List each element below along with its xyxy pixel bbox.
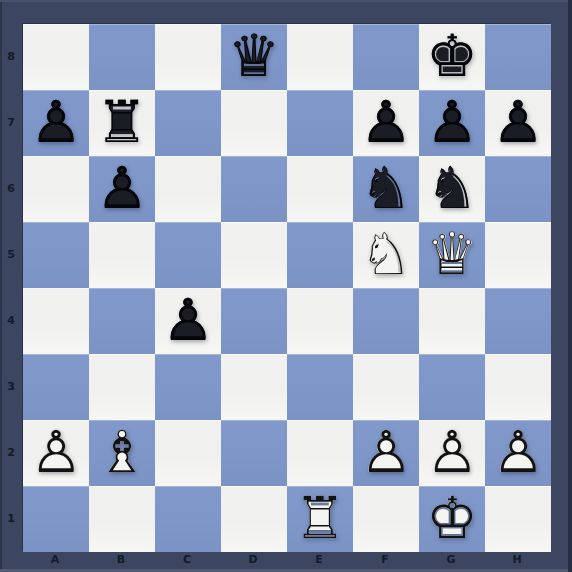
square-c1[interactable] — [155, 486, 221, 552]
square-c2[interactable] — [155, 420, 221, 486]
square-f5[interactable]: ♞♘ — [353, 222, 419, 288]
pawn-glyph-outline: ♙ — [23, 90, 89, 156]
queen-glyph-fill: ♛ — [221, 24, 287, 90]
file-label-a: A — [22, 549, 88, 569]
rook-glyph-outline: ♖ — [89, 90, 155, 156]
square-f1[interactable] — [353, 486, 419, 552]
file-label-h: H — [484, 549, 550, 569]
square-c5[interactable] — [155, 222, 221, 288]
file-label-e: E — [286, 549, 352, 569]
queen-glyph-outline: ♕ — [419, 222, 485, 288]
pawn-glyph-fill: ♟ — [419, 90, 485, 156]
square-h2[interactable]: ♟♙ — [485, 420, 551, 486]
piece-black-pawn[interactable]: ♟♙ — [419, 90, 485, 156]
file-label-c: C — [154, 549, 220, 569]
square-g1[interactable]: ♚♔ — [419, 486, 485, 552]
square-g2[interactable]: ♟♙ — [419, 420, 485, 486]
square-e5[interactable] — [287, 222, 353, 288]
pawn-glyph-fill: ♟ — [89, 156, 155, 222]
square-a2[interactable]: ♟♙ — [23, 420, 89, 486]
piece-white-knight[interactable]: ♞♘ — [353, 222, 419, 288]
square-b6[interactable]: ♟♙ — [89, 156, 155, 222]
pawn-glyph-outline: ♙ — [89, 156, 155, 222]
square-h4[interactable] — [485, 288, 551, 354]
pawn-glyph-fill: ♟ — [353, 90, 419, 156]
pawn-glyph-fill: ♟ — [23, 90, 89, 156]
square-a6[interactable] — [23, 156, 89, 222]
piece-white-bishop[interactable]: ♝♗ — [89, 420, 155, 486]
square-c3[interactable] — [155, 354, 221, 420]
square-g5[interactable]: ♛♕ — [419, 222, 485, 288]
rook-glyph-outline: ♖ — [287, 486, 353, 552]
queen-glyph-outline: ♕ — [221, 24, 287, 90]
piece-black-pawn[interactable]: ♟♙ — [23, 90, 89, 156]
knight-glyph-fill: ♞ — [353, 222, 419, 288]
square-b8[interactable] — [89, 24, 155, 90]
square-f8[interactable] — [353, 24, 419, 90]
bishop-glyph-fill: ♝ — [89, 420, 155, 486]
square-g7[interactable]: ♟♙ — [419, 90, 485, 156]
knight-glyph-outline: ♘ — [419, 156, 485, 222]
square-b3[interactable] — [89, 354, 155, 420]
knight-glyph-fill: ♞ — [419, 156, 485, 222]
king-glyph-outline: ♔ — [419, 486, 485, 552]
square-a7[interactable]: ♟♙ — [23, 90, 89, 156]
piece-black-knight[interactable]: ♞♘ — [353, 156, 419, 222]
chess-board-frame: 87654321 ABCDEFGH ♛♕♚♔♟♙♜♖♟♙♟♙♟♙♟♙♞♘♞♘♞♘… — [0, 0, 572, 572]
square-d5[interactable] — [221, 222, 287, 288]
square-f4[interactable] — [353, 288, 419, 354]
square-a5[interactable] — [23, 222, 89, 288]
piece-white-pawn[interactable]: ♟♙ — [419, 420, 485, 486]
square-a1[interactable] — [23, 486, 89, 552]
file-labels: ABCDEFGH — [22, 549, 550, 569]
square-e8[interactable] — [287, 24, 353, 90]
square-g6[interactable]: ♞♘ — [419, 156, 485, 222]
rank-label-6: 6 — [0, 155, 22, 221]
square-h5[interactable] — [485, 222, 551, 288]
square-f6[interactable]: ♞♘ — [353, 156, 419, 222]
square-d6[interactable] — [221, 156, 287, 222]
rank-label-8: 8 — [0, 23, 22, 89]
piece-black-knight[interactable]: ♞♘ — [419, 156, 485, 222]
square-f7[interactable]: ♟♙ — [353, 90, 419, 156]
piece-black-queen[interactable]: ♛♕ — [221, 24, 287, 90]
file-label-b: B — [88, 549, 154, 569]
square-d2[interactable] — [221, 420, 287, 486]
pawn-glyph-outline: ♙ — [23, 420, 89, 486]
pawn-glyph-outline: ♙ — [353, 420, 419, 486]
pawn-glyph-outline: ♙ — [419, 420, 485, 486]
knight-glyph-outline: ♘ — [353, 222, 419, 288]
pawn-glyph-fill: ♟ — [485, 420, 551, 486]
rank-label-7: 7 — [0, 89, 22, 155]
chess-board: ♛♕♚♔♟♙♜♖♟♙♟♙♟♙♟♙♞♘♞♘♞♘♛♕♟♙♟♙♝♗♟♙♟♙♟♙♜♖♚♔ — [22, 23, 550, 551]
square-e4[interactable] — [287, 288, 353, 354]
knight-glyph-fill: ♞ — [353, 156, 419, 222]
piece-black-king[interactable]: ♚♔ — [419, 24, 485, 90]
square-h8[interactable] — [485, 24, 551, 90]
pawn-glyph-fill: ♟ — [353, 420, 419, 486]
king-glyph-outline: ♔ — [419, 24, 485, 90]
piece-white-pawn[interactable]: ♟♙ — [485, 420, 551, 486]
square-h7[interactable]: ♟♙ — [485, 90, 551, 156]
square-c6[interactable] — [155, 156, 221, 222]
square-b2[interactable]: ♝♗ — [89, 420, 155, 486]
square-e2[interactable] — [287, 420, 353, 486]
square-c7[interactable] — [155, 90, 221, 156]
square-b7[interactable]: ♜♖ — [89, 90, 155, 156]
file-label-d: D — [220, 549, 286, 569]
square-h6[interactable] — [485, 156, 551, 222]
square-d4[interactable] — [221, 288, 287, 354]
square-f3[interactable] — [353, 354, 419, 420]
square-g4[interactable] — [419, 288, 485, 354]
square-a4[interactable] — [23, 288, 89, 354]
square-b4[interactable] — [89, 288, 155, 354]
square-b1[interactable] — [89, 486, 155, 552]
rank-label-2: 2 — [0, 419, 22, 485]
square-e6[interactable] — [287, 156, 353, 222]
piece-white-queen[interactable]: ♛♕ — [419, 222, 485, 288]
queen-glyph-fill: ♛ — [419, 222, 485, 288]
piece-black-pawn[interactable]: ♟♙ — [155, 288, 221, 354]
piece-black-pawn[interactable]: ♟♙ — [89, 156, 155, 222]
pawn-glyph-fill: ♟ — [485, 90, 551, 156]
piece-white-pawn[interactable]: ♟♙ — [353, 420, 419, 486]
rook-glyph-fill: ♜ — [287, 486, 353, 552]
rank-label-4: 4 — [0, 287, 22, 353]
file-label-g: G — [418, 549, 484, 569]
square-b5[interactable] — [89, 222, 155, 288]
square-c8[interactable] — [155, 24, 221, 90]
pawn-glyph-outline: ♙ — [353, 90, 419, 156]
square-c4[interactable]: ♟♙ — [155, 288, 221, 354]
square-d8[interactable]: ♛♕ — [221, 24, 287, 90]
pawn-glyph-outline: ♙ — [485, 90, 551, 156]
pawn-glyph-fill: ♟ — [419, 420, 485, 486]
rook-glyph-fill: ♜ — [89, 90, 155, 156]
pawn-glyph-fill: ♟ — [23, 420, 89, 486]
piece-black-pawn[interactable]: ♟♙ — [485, 90, 551, 156]
piece-black-pawn[interactable]: ♟♙ — [353, 90, 419, 156]
piece-white-rook[interactable]: ♜♖ — [287, 486, 353, 552]
square-a8[interactable] — [23, 24, 89, 90]
pawn-glyph-fill: ♟ — [155, 288, 221, 354]
pawn-glyph-outline: ♙ — [419, 90, 485, 156]
rank-label-5: 5 — [0, 221, 22, 287]
square-h1[interactable] — [485, 486, 551, 552]
square-e7[interactable] — [287, 90, 353, 156]
square-f2[interactable]: ♟♙ — [353, 420, 419, 486]
king-glyph-fill: ♚ — [419, 24, 485, 90]
pawn-glyph-outline: ♙ — [155, 288, 221, 354]
piece-white-pawn[interactable]: ♟♙ — [23, 420, 89, 486]
square-d7[interactable] — [221, 90, 287, 156]
square-a3[interactable] — [23, 354, 89, 420]
square-d3[interactable] — [221, 354, 287, 420]
square-e3[interactable] — [287, 354, 353, 420]
square-d1[interactable] — [221, 486, 287, 552]
piece-white-king[interactable]: ♚♔ — [419, 486, 485, 552]
knight-glyph-outline: ♘ — [353, 156, 419, 222]
pawn-glyph-outline: ♙ — [485, 420, 551, 486]
bishop-glyph-outline: ♗ — [89, 420, 155, 486]
square-g3[interactable] — [419, 354, 485, 420]
square-e1[interactable]: ♜♖ — [287, 486, 353, 552]
king-glyph-fill: ♚ — [419, 486, 485, 552]
rank-label-3: 3 — [0, 353, 22, 419]
file-label-f: F — [352, 549, 418, 569]
square-h3[interactable] — [485, 354, 551, 420]
rank-label-1: 1 — [0, 485, 22, 551]
piece-black-rook[interactable]: ♜♖ — [89, 90, 155, 156]
rank-labels: 87654321 — [0, 23, 22, 551]
square-g8[interactable]: ♚♔ — [419, 24, 485, 90]
